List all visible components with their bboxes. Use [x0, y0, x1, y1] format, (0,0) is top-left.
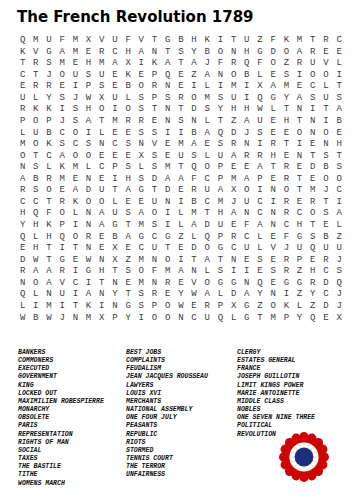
grid-cell[interactable]: T — [306, 151, 319, 163]
grid-cell[interactable]: L — [201, 81, 214, 93]
grid-cell[interactable]: O — [227, 70, 240, 82]
grid-cell[interactable]: F — [253, 58, 266, 70]
grid-cell[interactable]: T — [227, 35, 240, 47]
grid-cell[interactable]: R — [161, 278, 174, 290]
grid-cell[interactable]: E — [201, 139, 214, 151]
grid-cell[interactable]: Z — [306, 301, 319, 313]
grid-cell[interactable]: I — [174, 197, 187, 209]
grid-cell[interactable]: N — [161, 116, 174, 128]
grid-cell[interactable]: A — [333, 104, 346, 116]
grid-cell[interactable]: E — [293, 81, 306, 93]
grid-cell[interactable]: G — [135, 232, 148, 244]
grid-cell[interactable]: I — [82, 128, 95, 140]
grid-cell[interactable]: Z — [227, 116, 240, 128]
grid-cell[interactable]: N — [69, 313, 82, 325]
grid-cell[interactable]: T — [306, 220, 319, 232]
grid-cell[interactable]: B — [122, 81, 135, 93]
grid-cell[interactable]: Q — [187, 162, 200, 174]
grid-cell[interactable]: R — [42, 81, 55, 93]
grid-cell[interactable]: X — [95, 313, 108, 325]
grid-cell[interactable]: Q — [253, 93, 266, 105]
grid-cell[interactable]: A — [267, 81, 280, 93]
grid-cell[interactable]: L — [122, 93, 135, 105]
grid-cell[interactable]: M — [69, 47, 82, 59]
grid-cell[interactable]: E — [95, 243, 108, 255]
grid-cell[interactable]: Y — [214, 104, 227, 116]
grid-cell[interactable]: H — [122, 174, 135, 186]
grid-cell[interactable]: O — [69, 128, 82, 140]
grid-cell[interactable]: T — [29, 151, 42, 163]
grid-cell[interactable]: N — [267, 185, 280, 197]
grid-cell[interactable]: D — [187, 104, 200, 116]
grid-cell[interactable]: T — [42, 255, 55, 267]
grid-cell[interactable]: T — [42, 197, 55, 209]
grid-cell[interactable]: S — [214, 93, 227, 105]
grid-cell[interactable]: D — [148, 174, 161, 186]
grid-cell[interactable]: I — [161, 220, 174, 232]
grid-cell[interactable]: Y — [253, 289, 266, 301]
grid-cell[interactable]: E — [240, 162, 253, 174]
grid-cell[interactable]: H — [214, 208, 227, 220]
grid-cell[interactable]: I — [56, 104, 69, 116]
grid-cell[interactable]: O — [293, 128, 306, 140]
grid-cell[interactable]: H — [240, 104, 253, 116]
grid-cell[interactable]: T — [69, 301, 82, 313]
grid-cell[interactable]: R — [293, 58, 306, 70]
grid-cell[interactable]: Z — [253, 301, 266, 313]
grid-cell[interactable]: B — [108, 232, 121, 244]
grid-cell[interactable]: A — [95, 220, 108, 232]
grid-cell[interactable]: C — [201, 174, 214, 186]
grid-cell[interactable]: O — [306, 70, 319, 82]
grid-cell[interactable]: W — [42, 313, 55, 325]
grid-cell[interactable]: N — [161, 197, 174, 209]
grid-cell[interactable]: I — [267, 197, 280, 209]
grid-cell[interactable]: A — [201, 289, 214, 301]
grid-cell[interactable]: O — [122, 104, 135, 116]
grid-cell[interactable]: A — [187, 58, 200, 70]
grid-cell[interactable]: E — [293, 162, 306, 174]
grid-cell[interactable]: C — [69, 278, 82, 290]
grid-cell[interactable]: T — [108, 266, 121, 278]
grid-cell[interactable]: G — [161, 35, 174, 47]
grid-cell[interactable]: E — [267, 70, 280, 82]
grid-cell[interactable]: A — [108, 58, 121, 70]
grid-cell[interactable]: C — [306, 81, 319, 93]
grid-cell[interactable]: I — [306, 104, 319, 116]
grid-cell[interactable]: S — [319, 151, 332, 163]
grid-cell[interactable]: S — [148, 220, 161, 232]
grid-cell[interactable]: C — [56, 128, 69, 140]
grid-cell[interactable]: F — [280, 232, 293, 244]
grid-cell[interactable]: D — [82, 185, 95, 197]
grid-cell[interactable]: I — [253, 139, 266, 151]
grid-cell[interactable]: J — [333, 289, 346, 301]
grid-cell[interactable]: N — [42, 289, 55, 301]
grid-cell[interactable]: I — [214, 81, 227, 93]
grid-cell[interactable]: I — [108, 174, 121, 186]
grid-cell[interactable]: O — [319, 70, 332, 82]
grid-cell[interactable]: U — [108, 208, 121, 220]
grid-cell[interactable]: L — [29, 93, 42, 105]
grid-cell[interactable]: P — [148, 93, 161, 105]
grid-cell[interactable]: G — [108, 220, 121, 232]
grid-cell[interactable]: A — [16, 174, 29, 186]
grid-cell[interactable]: W — [82, 255, 95, 267]
grid-cell[interactable]: O — [95, 197, 108, 209]
grid-cell[interactable]: T — [29, 70, 42, 82]
grid-cell[interactable]: A — [69, 185, 82, 197]
grid-cell[interactable]: O — [29, 139, 42, 151]
grid-cell[interactable]: L — [319, 81, 332, 93]
grid-cell[interactable]: E — [95, 174, 108, 186]
grid-cell[interactable]: E — [95, 151, 108, 163]
grid-cell[interactable]: T — [319, 197, 332, 209]
grid-cell[interactable]: Q — [240, 58, 253, 70]
grid-cell[interactable]: S — [29, 162, 42, 174]
grid-cell[interactable]: C — [148, 232, 161, 244]
grid-cell[interactable]: S — [42, 58, 55, 70]
grid-cell[interactable]: R — [16, 266, 29, 278]
grid-cell[interactable]: D — [161, 185, 174, 197]
grid-cell[interactable]: I — [69, 81, 82, 93]
grid-cell[interactable]: Y — [122, 313, 135, 325]
grid-cell[interactable]: U — [148, 197, 161, 209]
grid-cell[interactable]: B — [174, 35, 187, 47]
grid-cell[interactable]: T — [16, 58, 29, 70]
grid-cell[interactable]: S — [148, 128, 161, 140]
grid-cell[interactable]: D — [16, 255, 29, 267]
grid-cell[interactable]: A — [240, 116, 253, 128]
grid-cell[interactable]: G — [293, 232, 306, 244]
grid-cell[interactable]: M — [82, 313, 95, 325]
grid-cell[interactable]: O — [306, 208, 319, 220]
grid-cell[interactable]: Y — [42, 93, 55, 105]
grid-cell[interactable]: Y — [174, 289, 187, 301]
grid-cell[interactable]: R — [306, 197, 319, 209]
grid-cell[interactable]: I — [240, 81, 253, 93]
grid-cell[interactable]: E — [122, 197, 135, 209]
grid-cell[interactable]: R — [306, 278, 319, 290]
grid-cell[interactable]: L — [174, 220, 187, 232]
grid-cell[interactable]: A — [201, 255, 214, 267]
grid-cell[interactable]: X — [227, 301, 240, 313]
grid-cell[interactable]: N — [227, 255, 240, 267]
grid-cell[interactable]: M — [174, 139, 187, 151]
grid-cell[interactable]: C — [108, 47, 121, 59]
grid-cell[interactable]: A — [174, 174, 187, 186]
grid-cell[interactable]: Q — [306, 313, 319, 325]
grid-cell[interactable]: C — [187, 313, 200, 325]
grid-cell[interactable]: P — [293, 255, 306, 267]
grid-cell[interactable]: Z — [253, 35, 266, 47]
grid-cell[interactable]: H — [29, 220, 42, 232]
grid-cell[interactable]: Y — [187, 47, 200, 59]
grid-cell[interactable]: Q — [16, 232, 29, 244]
grid-cell[interactable]: A — [293, 47, 306, 59]
grid-cell[interactable]: A — [333, 208, 346, 220]
grid-cell[interactable]: N — [82, 174, 95, 186]
grid-cell[interactable]: O — [95, 104, 108, 116]
grid-cell[interactable]: S — [122, 139, 135, 151]
grid-cell[interactable]: H — [82, 104, 95, 116]
grid-cell[interactable]: O — [161, 301, 174, 313]
grid-cell[interactable]: J — [42, 70, 55, 82]
grid-cell[interactable]: Q — [214, 128, 227, 140]
grid-cell[interactable]: E — [267, 128, 280, 140]
grid-cell[interactable]: L — [201, 151, 214, 163]
grid-cell[interactable]: T — [306, 35, 319, 47]
grid-cell[interactable]: A — [240, 174, 253, 186]
grid-cell[interactable]: P — [56, 220, 69, 232]
grid-cell[interactable]: F — [56, 35, 69, 47]
grid-cell[interactable]: A — [240, 289, 253, 301]
grid-cell[interactable]: N — [187, 116, 200, 128]
grid-cell[interactable]: P — [108, 313, 121, 325]
grid-cell[interactable]: N — [82, 208, 95, 220]
grid-cell[interactable]: U — [108, 35, 121, 47]
grid-cell[interactable]: S — [69, 104, 82, 116]
grid-cell[interactable]: T — [293, 116, 306, 128]
grid-cell[interactable]: W — [16, 313, 29, 325]
grid-cell[interactable]: O — [56, 208, 69, 220]
grid-cell[interactable]: H — [42, 232, 55, 244]
grid-cell[interactable]: Q — [29, 208, 42, 220]
grid-cell[interactable]: A — [42, 266, 55, 278]
grid-cell[interactable]: O — [333, 174, 346, 186]
grid-cell[interactable]: O — [187, 93, 200, 105]
grid-cell[interactable]: R — [148, 81, 161, 93]
grid-cell[interactable]: U — [306, 58, 319, 70]
grid-cell[interactable]: A — [82, 289, 95, 301]
grid-cell[interactable]: E — [95, 232, 108, 244]
grid-cell[interactable]: Y — [16, 220, 29, 232]
grid-cell[interactable]: C — [108, 139, 121, 151]
grid-cell[interactable]: K — [82, 301, 95, 313]
grid-cell[interactable]: R — [267, 139, 280, 151]
grid-cell[interactable]: R — [16, 104, 29, 116]
grid-cell[interactable]: N — [108, 278, 121, 290]
grid-cell[interactable]: C — [253, 208, 266, 220]
grid-cell[interactable]: A — [161, 174, 174, 186]
grid-cell[interactable]: M — [214, 197, 227, 209]
grid-cell[interactable]: L — [16, 301, 29, 313]
grid-cell[interactable]: R — [148, 289, 161, 301]
grid-cell[interactable]: B — [333, 116, 346, 128]
grid-cell[interactable]: T — [174, 162, 187, 174]
grid-cell[interactable]: T — [148, 185, 161, 197]
grid-cell[interactable]: I — [333, 70, 346, 82]
grid-cell[interactable]: E — [174, 278, 187, 290]
grid-cell[interactable]: J — [201, 58, 214, 70]
grid-cell[interactable]: U — [69, 70, 82, 82]
grid-cell[interactable]: M — [227, 174, 240, 186]
grid-cell[interactable]: S — [306, 93, 319, 105]
grid-cell[interactable]: E — [227, 162, 240, 174]
grid-cell[interactable]: W — [82, 93, 95, 105]
grid-cell[interactable]: S — [280, 70, 293, 82]
grid-cell[interactable]: Z — [280, 58, 293, 70]
grid-cell[interactable]: H — [227, 104, 240, 116]
grid-cell[interactable]: T — [267, 162, 280, 174]
grid-cell[interactable]: O — [214, 47, 227, 59]
grid-cell[interactable]: R — [227, 58, 240, 70]
grid-cell[interactable]: R — [56, 266, 69, 278]
grid-cell[interactable]: T — [148, 35, 161, 47]
grid-cell[interactable]: R — [16, 185, 29, 197]
grid-cell[interactable]: E — [69, 255, 82, 267]
grid-cell[interactable]: T — [293, 174, 306, 186]
grid-cell[interactable]: R — [280, 162, 293, 174]
grid-cell[interactable]: G — [240, 301, 253, 313]
grid-cell[interactable]: A — [187, 220, 200, 232]
grid-cell[interactable]: F — [267, 35, 280, 47]
grid-cell[interactable]: I — [174, 128, 187, 140]
grid-cell[interactable]: T — [319, 104, 332, 116]
grid-cell[interactable]: T — [174, 58, 187, 70]
grid-cell[interactable]: X — [108, 255, 121, 267]
grid-cell[interactable]: R — [280, 208, 293, 220]
grid-cell[interactable]: C — [201, 197, 214, 209]
grid-cell[interactable]: E — [161, 289, 174, 301]
grid-cell[interactable]: T — [122, 289, 135, 301]
grid-cell[interactable]: L — [69, 208, 82, 220]
grid-cell[interactable]: U — [293, 243, 306, 255]
grid-cell[interactable]: B — [187, 128, 200, 140]
grid-cell[interactable]: N — [16, 162, 29, 174]
grid-cell[interactable]: N — [319, 139, 332, 151]
grid-cell[interactable]: U — [319, 243, 332, 255]
grid-cell[interactable]: Q — [333, 278, 346, 290]
grid-cell[interactable]: M — [135, 220, 148, 232]
grid-cell[interactable]: V — [135, 35, 148, 47]
grid-cell[interactable]: E — [333, 47, 346, 59]
grid-cell[interactable]: R — [201, 301, 214, 313]
grid-cell[interactable]: X — [82, 35, 95, 47]
grid-cell[interactable]: P — [16, 116, 29, 128]
grid-cell[interactable]: B — [319, 162, 332, 174]
grid-cell[interactable]: L — [293, 301, 306, 313]
grid-cell[interactable]: E — [16, 243, 29, 255]
grid-cell[interactable]: Q — [16, 35, 29, 47]
grid-cell[interactable]: R — [95, 47, 108, 59]
grid-cell[interactable]: V — [187, 278, 200, 290]
grid-cell[interactable]: B — [42, 128, 55, 140]
grid-cell[interactable]: I — [56, 301, 69, 313]
grid-cell[interactable]: S — [122, 266, 135, 278]
grid-cell[interactable]: P — [42, 116, 55, 128]
grid-cell[interactable]: S — [333, 266, 346, 278]
grid-cell[interactable]: S — [135, 174, 148, 186]
grid-cell[interactable]: Q — [16, 289, 29, 301]
grid-cell[interactable]: V — [95, 35, 108, 47]
grid-cell[interactable]: S — [95, 81, 108, 93]
grid-cell[interactable]: O — [280, 185, 293, 197]
grid-cell[interactable]: O — [161, 313, 174, 325]
grid-cell[interactable]: T — [280, 104, 293, 116]
grid-cell[interactable]: R — [227, 232, 240, 244]
grid-cell[interactable]: U — [240, 243, 253, 255]
grid-cell[interactable]: I — [319, 116, 332, 128]
grid-cell[interactable]: C — [253, 197, 266, 209]
grid-cell[interactable]: T — [187, 255, 200, 267]
grid-cell[interactable]: E — [267, 255, 280, 267]
grid-cell[interactable]: N — [82, 243, 95, 255]
grid-cell[interactable]: O — [319, 128, 332, 140]
grid-cell[interactable]: H — [95, 266, 108, 278]
grid-cell[interactable]: U — [95, 185, 108, 197]
grid-cell[interactable]: N — [95, 255, 108, 267]
grid-cell[interactable]: R — [29, 58, 42, 70]
grid-cell[interactable]: J — [227, 197, 240, 209]
grid-cell[interactable]: N — [174, 313, 187, 325]
grid-cell[interactable]: E — [306, 174, 319, 186]
grid-cell[interactable]: S — [82, 70, 95, 82]
grid-cell[interactable]: C — [333, 185, 346, 197]
grid-cell[interactable]: N — [227, 47, 240, 59]
grid-cell[interactable]: C — [29, 197, 42, 209]
grid-cell[interactable]: U — [56, 289, 69, 301]
grid-cell[interactable]: E — [267, 278, 280, 290]
grid-cell[interactable]: D — [227, 128, 240, 140]
grid-cell[interactable]: N — [306, 116, 319, 128]
grid-cell[interactable]: T — [42, 243, 55, 255]
grid-cell[interactable]: E — [174, 243, 187, 255]
grid-cell[interactable]: M — [227, 81, 240, 93]
grid-cell[interactable]: F — [42, 208, 55, 220]
grid-cell[interactable]: J — [280, 243, 293, 255]
grid-cell[interactable]: N — [16, 278, 29, 290]
grid-cell[interactable]: Q — [56, 232, 69, 244]
grid-cell[interactable]: G — [280, 278, 293, 290]
grid-cell[interactable]: Q — [161, 70, 174, 82]
grid-cell[interactable]: O — [82, 197, 95, 209]
grid-cell[interactable]: N — [187, 266, 200, 278]
grid-cell[interactable]: F — [187, 174, 200, 186]
grid-cell[interactable]: N — [293, 151, 306, 163]
grid-cell[interactable]: N — [108, 301, 121, 313]
grid-cell[interactable]: O — [240, 185, 253, 197]
grid-cell[interactable]: X — [135, 151, 148, 163]
grid-cell[interactable]: D — [319, 278, 332, 290]
grid-cell[interactable]: B — [29, 174, 42, 186]
grid-cell[interactable]: Q — [306, 243, 319, 255]
grid-cell[interactable]: O — [267, 301, 280, 313]
grid-cell[interactable]: N — [306, 128, 319, 140]
grid-cell[interactable]: L — [174, 208, 187, 220]
grid-cell[interactable]: U — [42, 35, 55, 47]
grid-cell[interactable]: H — [82, 58, 95, 70]
grid-cell[interactable]: M — [201, 93, 214, 105]
grid-cell[interactable]: U — [201, 313, 214, 325]
grid-cell[interactable]: L — [187, 232, 200, 244]
grid-cell[interactable]: O — [82, 151, 95, 163]
grid-cell[interactable]: E — [253, 266, 266, 278]
grid-cell[interactable]: L — [253, 70, 266, 82]
grid-cell[interactable]: V — [148, 139, 161, 151]
grid-cell[interactable]: T — [69, 243, 82, 255]
grid-cell[interactable]: I — [161, 128, 174, 140]
grid-cell[interactable]: W — [253, 104, 266, 116]
grid-cell[interactable]: E — [280, 128, 293, 140]
grid-cell[interactable]: E — [69, 174, 82, 186]
grid-cell[interactable]: K — [148, 58, 161, 70]
grid-cell[interactable]: V — [319, 58, 332, 70]
grid-cell[interactable]: E — [69, 58, 82, 70]
grid-cell[interactable]: H — [280, 116, 293, 128]
grid-cell[interactable]: I — [161, 208, 174, 220]
grid-cell[interactable]: A — [42, 278, 55, 290]
